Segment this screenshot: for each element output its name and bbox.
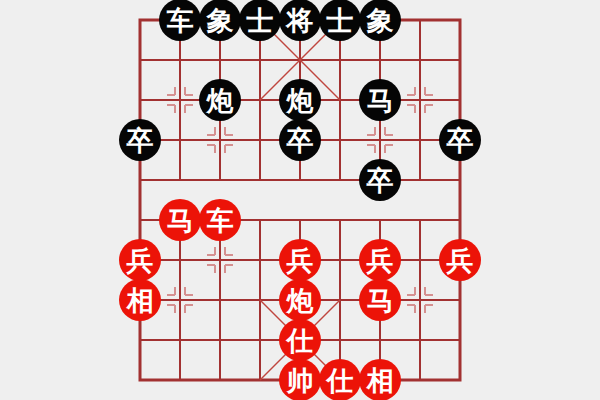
- red-horse[interactable]: 马: [359, 279, 401, 321]
- red-soldier[interactable]: 兵: [359, 239, 401, 281]
- black-general[interactable]: 将: [279, 0, 321, 41]
- red-advisor[interactable]: 仕: [319, 359, 361, 400]
- black-soldier[interactable]: 卒: [119, 119, 161, 161]
- red-general[interactable]: 帅: [279, 359, 321, 400]
- red-soldier[interactable]: 兵: [279, 239, 321, 281]
- black-cannon[interactable]: 炮: [199, 79, 241, 121]
- black-soldier[interactable]: 卒: [279, 119, 321, 161]
- black-soldier[interactable]: 卒: [359, 159, 401, 201]
- red-cannon[interactable]: 炮: [279, 279, 321, 321]
- black-elephant[interactable]: 象: [199, 0, 241, 41]
- xiangqi-board-screenshot: 车象士将士象炮炮马卒卒卒卒马车兵兵兵兵相炮马仕帅仕相: [0, 0, 600, 400]
- black-advisor[interactable]: 士: [319, 0, 361, 41]
- black-soldier[interactable]: 卒: [439, 119, 481, 161]
- red-chariot[interactable]: 车: [199, 199, 241, 241]
- red-horse[interactable]: 马: [159, 199, 201, 241]
- black-advisor[interactable]: 士: [239, 0, 281, 41]
- black-cannon[interactable]: 炮: [279, 79, 321, 121]
- red-soldier[interactable]: 兵: [439, 239, 481, 281]
- black-horse[interactable]: 马: [359, 79, 401, 121]
- red-advisor[interactable]: 仕: [279, 319, 321, 361]
- red-soldier[interactable]: 兵: [119, 239, 161, 281]
- black-elephant[interactable]: 象: [359, 0, 401, 41]
- xiangqi-board: 车象士将士象炮炮马卒卒卒卒马车兵兵兵兵相炮马仕帅仕相: [120, 0, 480, 400]
- red-elephant[interactable]: 相: [119, 279, 161, 321]
- red-elephant[interactable]: 相: [359, 359, 401, 400]
- black-chariot[interactable]: 车: [159, 0, 201, 41]
